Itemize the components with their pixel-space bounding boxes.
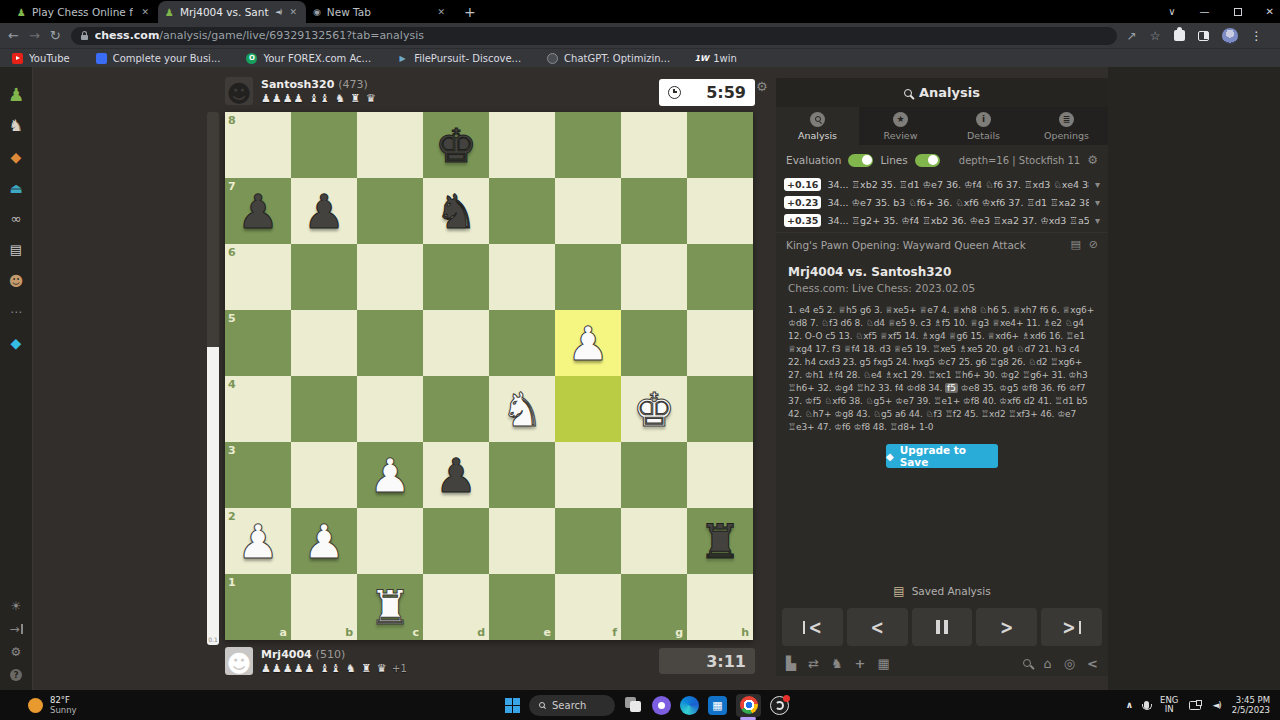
new-tab-favicon: ◉	[313, 7, 321, 17]
panel-toolbar: ▙ ⇄ ♞ + ▦ ⌂ ◎ <	[776, 650, 1108, 676]
black-knight: ♞	[423, 178, 489, 244]
bookmark-1win[interactable]: 1W1win	[696, 53, 737, 64]
square-f8[interactable]	[555, 112, 621, 178]
square-g2[interactable]	[621, 508, 687, 574]
tab-new-tab[interactable]: ◉ New Tab ✕	[306, 1, 454, 23]
engine-settings-gear-icon[interactable]: ⚙	[1087, 153, 1098, 167]
black-pawn: ♟	[423, 442, 489, 508]
library-icon[interactable]: ⌂	[1043, 656, 1051, 671]
browser-chevron-icon[interactable]: ∨	[1168, 6, 1175, 17]
square-g7[interactable]	[621, 178, 687, 244]
share-icon[interactable]: ↗	[1127, 29, 1137, 43]
url-path: /analysis/game/live/69329132561?tab=anal…	[159, 29, 424, 42]
file-label: d	[477, 626, 485, 639]
square-c7[interactable]	[357, 178, 423, 244]
tab-close-icon[interactable]: ✕	[139, 6, 151, 18]
page-content: ♟ ♞ ◆ ⏏ ∞ ▤ ☻ ⋯ ◆ ☀ → ⚙ ? ☻ Santosh320 (…	[0, 67, 1280, 690]
square-a1[interactable]: 1a	[225, 574, 291, 640]
white-pawn: ♟	[225, 508, 291, 574]
engine-line-3[interactable]: +0.35 34... ♖g2+ 35. ♔f4 ♖xb2 36. ♔e3 ♖x…	[776, 211, 1108, 229]
black-rook: ♜	[687, 508, 753, 574]
chesscom-pawn-favicon: ♟	[165, 7, 174, 18]
rank-label: 3	[228, 444, 236, 457]
search-icon	[539, 702, 545, 708]
opening-row: King's Pawn Opening: Wayward Queen Attac…	[776, 232, 1108, 256]
panel-header: Analysis	[776, 78, 1108, 107]
rank-label: 8	[228, 114, 236, 127]
square-b7[interactable]: ♟	[291, 178, 357, 244]
video-app-icon[interactable]	[652, 696, 671, 715]
square-c3[interactable]: ♟	[357, 442, 423, 508]
square-c6[interactable]	[357, 244, 423, 310]
tab-close-icon[interactable]: ✕	[287, 6, 299, 18]
square-a6[interactable]: 6	[225, 244, 291, 310]
black-pawn: ♟	[225, 178, 291, 244]
bottom-player-avatar[interactable]: ☻	[225, 647, 253, 675]
rank-label: 5	[228, 312, 236, 325]
square-g8[interactable]	[621, 112, 687, 178]
microphone-icon[interactable]	[1144, 701, 1149, 709]
tab-review[interactable]: ★ Review	[859, 107, 942, 145]
square-h4[interactable]	[687, 376, 753, 442]
panel-tabs: Analysis ★ Review i Details ≣ Openings	[776, 107, 1108, 145]
tab-play-chess[interactable]: ♟ Play Chess Online for Free with F ✕	[10, 1, 158, 23]
chrome-icon-active[interactable]	[736, 694, 761, 717]
square-c2[interactable]	[357, 508, 423, 574]
square-d6[interactable]	[423, 244, 489, 310]
target-icon[interactable]: ◎	[1064, 656, 1075, 671]
square-c4[interactable]	[357, 376, 423, 442]
square-d7[interactable]: ♞	[423, 178, 489, 244]
square-b1[interactable]: b	[291, 574, 357, 640]
top-player-name[interactable]: Santosh320 (473)	[261, 78, 377, 91]
square-e8[interactable]	[489, 112, 555, 178]
square-c1[interactable]: c♜	[357, 574, 423, 640]
square-c8[interactable]	[357, 112, 423, 178]
move-navigation: < < > >	[782, 608, 1102, 646]
tab-analysis-active[interactable]: ♟ Mrj4004 vs. Santosh320 | An ◄) ✕	[158, 1, 306, 23]
square-a5[interactable]: 5	[225, 310, 291, 376]
share-icon[interactable]: <	[1087, 656, 1098, 671]
analysis-panel: Analysis Analysis ★ Review i Details ≣ O…	[776, 78, 1108, 676]
evaluation-bar: 0.1	[207, 112, 219, 645]
window-controls: ∨ — ✕	[1168, 0, 1274, 23]
hidden-icons-chevron[interactable]: ∧	[1126, 700, 1133, 710]
file-label: e	[544, 626, 551, 639]
skip-to-start-button[interactable]: <	[782, 608, 843, 646]
line-moves: 34... ♖xb2 35. ♖d1 ♔e7 36. ♔f4 ♘f6 37. ♖…	[827, 179, 1089, 190]
sidebar-item-news[interactable]: ▤	[0, 234, 32, 265]
sidebar-item-puzzles[interactable]: ◆	[0, 141, 32, 172]
tray-time: 3:45 PM	[1236, 695, 1270, 705]
right-gutter	[1108, 67, 1280, 690]
obs-icon[interactable]	[770, 696, 789, 715]
1win-icon: 1W	[696, 53, 707, 64]
hide-opening-icon[interactable]: ⊘	[1089, 238, 1098, 251]
saved-box-icon: ▤	[893, 584, 904, 598]
square-d1[interactable]: d	[423, 574, 489, 640]
square-b8[interactable]	[291, 112, 357, 178]
evaluation-toggle[interactable]	[848, 154, 873, 167]
network-icon[interactable]	[1189, 701, 1201, 710]
analysis-tab-icon	[810, 112, 825, 127]
tab-title: Mrj4004 vs. Santosh320 | An	[180, 6, 269, 18]
square-b4[interactable]	[291, 376, 357, 442]
square-a3[interactable]: 3	[225, 442, 291, 508]
square-b2[interactable]: ♟	[291, 508, 357, 574]
chart-icon[interactable]: ▙	[786, 656, 796, 671]
tab-details[interactable]: i Details	[942, 107, 1025, 145]
square-d4[interactable]	[423, 376, 489, 442]
square-e4[interactable]: ♞	[489, 376, 555, 442]
bottom-captured-pieces: ♟♟♟♟♟ ♝♝ ♞ ♜ ♛ +1	[261, 663, 407, 674]
expand-line-icon[interactable]: ▾	[1095, 215, 1100, 226]
eval-value: 0.1	[207, 636, 219, 643]
square-e5[interactable]	[489, 310, 555, 376]
square-e7[interactable]	[489, 178, 555, 244]
tab-audio-icon[interactable]: ◄)	[275, 8, 281, 16]
sun-icon	[28, 698, 43, 713]
toolbar-actions: ↗ ☆ ⋮	[1127, 28, 1263, 44]
bookmark-youtube[interactable]: YouTube	[12, 53, 70, 64]
bookmarks-bar: YouTube Complete your Busi... OYour FORE…	[0, 48, 1280, 67]
opening-book-icon[interactable]: ▤	[1070, 238, 1080, 251]
engine-line-2[interactable]: +0.23 34... ♔e7 35. b3 ♘f6+ 36. ♘xf6 ♔xf…	[776, 193, 1108, 211]
square-e3[interactable]	[489, 442, 555, 508]
previous-move-button[interactable]: <	[847, 608, 908, 646]
lines-label: Lines	[880, 154, 907, 166]
file-label: a	[280, 626, 287, 639]
add-icon[interactable]: +	[855, 656, 866, 671]
profile-avatar[interactable]	[1222, 28, 1238, 44]
clock-icon	[668, 86, 681, 99]
square-d5[interactable]	[423, 310, 489, 376]
evaluation-label: Evaluation	[786, 154, 841, 166]
task-view-icon[interactable]	[624, 696, 643, 715]
square-b5[interactable]	[291, 310, 357, 376]
browser-menu-icon[interactable]: ⋮	[1251, 29, 1263, 43]
sidebar-item-watch[interactable]: ∞	[0, 203, 32, 234]
bookmark-filepursuit[interactable]: ▶FilePursuit- Discove...	[397, 53, 521, 64]
square-d2[interactable]	[423, 508, 489, 574]
bottom-player-clock: 3:11	[659, 648, 755, 674]
eval-bar-white: 0.1	[207, 347, 219, 645]
settings-gear-icon[interactable]: ⚙	[9, 640, 22, 663]
square-f5[interactable]: ♟	[555, 310, 621, 376]
tab-bar: ♟ Play Chess Online for Free with F ✕ ♟ …	[0, 0, 1280, 23]
openings-books-icon: ≣	[1059, 112, 1074, 127]
forward-icon[interactable]: →	[29, 28, 40, 43]
white-king: ♚	[621, 376, 687, 442]
bookmark-star-icon[interactable]: ☆	[1150, 29, 1161, 43]
saved-analysis[interactable]: ▤ Saved Analysis	[776, 584, 1108, 598]
bookmark-icon	[96, 53, 107, 64]
bookmark-complete[interactable]: Complete your Busi...	[96, 53, 221, 64]
sidebar-bottom: ☀ → ⚙ ?	[9, 594, 22, 686]
eval-score: +0.23	[784, 196, 821, 209]
white-pawn: ♟	[555, 310, 621, 376]
collapse-sidebar-icon[interactable]: →	[9, 617, 22, 640]
square-h6[interactable]	[687, 244, 753, 310]
eval-score: +0.35	[784, 214, 821, 227]
square-h2[interactable]: ♜	[687, 508, 753, 574]
browser-toolbar: ← → ↻ chess.com/analysis/game/live/69329…	[0, 23, 1280, 48]
extensions-icon[interactable]	[1174, 30, 1185, 41]
sidebar-item-play[interactable]: ♟	[0, 79, 32, 110]
square-f7[interactable]	[555, 178, 621, 244]
rank-label: 1	[228, 576, 236, 589]
line-moves: 34... ♔e7 35. b3 ♘f6+ 36. ♘xf6 ♔xf6 37. …	[827, 197, 1089, 208]
chesscom-sidebar: ♟ ♞ ◆ ⏏ ∞ ▤ ☻ ⋯ ◆ ☀ → ⚙ ?	[0, 67, 33, 690]
clock-date[interactable]: 3:45 PM2/5/2023	[1232, 695, 1270, 715]
details-info-icon: i	[976, 112, 991, 127]
chatgpt-icon	[547, 53, 558, 64]
forex-icon: O	[246, 53, 257, 64]
line-moves: 34... ♖g2+ 35. ♔f4 ♖xb2 36. ♔e3 ♖xa2 37.…	[827, 215, 1089, 226]
bottom-player-name[interactable]: Mrj4004 (510)	[261, 648, 407, 661]
engine-controls: Evaluation Lines depth=16 | Stockfish 11…	[776, 145, 1108, 175]
black-king: ♚	[423, 112, 489, 178]
restore-button[interactable]	[1234, 8, 1242, 16]
file-label: h	[741, 626, 749, 639]
file-label: f	[612, 626, 617, 639]
white-knight: ♞	[489, 376, 555, 442]
board-settings-gear-icon[interactable]: ⚙	[756, 79, 768, 94]
bottom-player-row: ☻ Mrj4004 (510) ♟♟♟♟♟ ♝♝ ♞ ♜ ♛ +1	[225, 647, 407, 675]
top-player-rating: (473)	[338, 78, 368, 91]
square-e2[interactable]	[489, 508, 555, 574]
sidebar-item-social[interactable]: ☻	[0, 265, 32, 296]
square-g5[interactable]	[621, 310, 687, 376]
file-label: b	[345, 626, 353, 639]
square-d3[interactable]: ♟	[423, 442, 489, 508]
filepursuit-icon: ▶	[397, 53, 408, 64]
skip-to-end-button[interactable]: >	[1041, 608, 1102, 646]
white-pawn: ♟	[291, 508, 357, 574]
bookmark-forex[interactable]: OYour FOREX.com Ac...	[246, 53, 371, 64]
top-clock-time: 5:59	[706, 83, 746, 102]
new-tab-button[interactable]: +	[464, 4, 476, 20]
reload-icon[interactable]: ↻	[50, 28, 61, 43]
start-button[interactable]	[505, 698, 520, 713]
next-move-button[interactable]: >	[976, 608, 1037, 646]
square-h8[interactable]	[687, 112, 753, 178]
square-b3[interactable]	[291, 442, 357, 508]
url-text: chess.com/analysis/game/live/69329132561…	[95, 29, 424, 42]
square-a2[interactable]: 2♟	[225, 508, 291, 574]
youtube-icon	[12, 53, 23, 64]
square-h7[interactable]	[687, 178, 753, 244]
close-button[interactable]: ✕	[1266, 6, 1274, 17]
square-f4[interactable]	[555, 376, 621, 442]
expand-line-icon[interactable]: ▾	[1095, 197, 1100, 208]
theme-toggle-icon[interactable]: ☀	[9, 594, 22, 617]
edge-icon[interactable]	[680, 696, 699, 715]
moves-before: 1. e4 e5 2. ♕h5 g6 3. ♕xe5+ ♕e7 4. ♕xh8 …	[788, 305, 1094, 393]
rank-label: 6	[228, 246, 236, 259]
review-star-icon: ★	[893, 112, 908, 127]
zoom-icon[interactable]	[1023, 659, 1031, 667]
move-list[interactable]: 1. e4 e5 2. ♕h5 g6 3. ♕xe5+ ♕e7 4. ♕xh8 …	[776, 297, 1108, 434]
square-a7[interactable]: 7♟	[225, 178, 291, 244]
taskbar-center: Search ▦	[505, 694, 789, 717]
weather-widget[interactable]: 82°FSunny	[28, 695, 77, 715]
top-player-avatar[interactable]: ☻	[225, 77, 253, 105]
eval-score: +0.16	[784, 178, 821, 191]
sidebar-item-free-trial[interactable]: ◆	[0, 327, 32, 358]
tab-openings[interactable]: ≣ Openings	[1025, 107, 1108, 145]
flip-board-icon[interactable]: ⇄	[808, 656, 819, 671]
weather-temp: 82°F	[50, 695, 70, 705]
weather-condition: Sunny	[50, 705, 77, 715]
square-h5[interactable]	[687, 310, 753, 376]
back-icon[interactable]: ←	[8, 28, 19, 43]
recording-dot	[783, 695, 790, 702]
square-g6[interactable]	[621, 244, 687, 310]
address-bar[interactable]: chess.com/analysis/game/live/69329132561…	[71, 27, 1117, 45]
setup-board-icon[interactable]: ▦	[877, 656, 889, 671]
tab-analysis[interactable]: Analysis	[776, 107, 859, 145]
sidebar-item-more[interactable]: ⋯	[0, 296, 32, 327]
system-tray: ∧ ENGIN ◄) 3:45 PM2/5/2023	[1126, 695, 1270, 715]
upgrade-to-save-button[interactable]: ◆ Upgrade to Save	[886, 444, 998, 468]
white-pawn: ♟	[357, 442, 423, 508]
sidebar-item-bots[interactable]: ♞	[0, 110, 32, 141]
current-move[interactable]: f5	[945, 383, 958, 393]
square-f6[interactable]	[555, 244, 621, 310]
top-player-clock: 5:59	[659, 79, 755, 106]
top-captured-pieces: ♟♟♟♟ ♝♝ ♞ ♜ ♛	[261, 93, 377, 104]
square-f2[interactable]	[555, 508, 621, 574]
minimize-button[interactable]: —	[1200, 6, 1210, 17]
square-a8[interactable]: 8	[225, 112, 291, 178]
square-c5[interactable]	[357, 310, 423, 376]
chesscom-pawn-favicon: ♟	[17, 7, 26, 18]
tab-title: Play Chess Online for Free with F	[32, 6, 133, 18]
windows-taskbar: 82°FSunny Search ▦ ∧ ENGIN ◄) 3:45 PM2/5…	[0, 690, 1280, 720]
expand-line-icon[interactable]: ▾	[1095, 179, 1100, 190]
url-domain: chess.com	[95, 29, 160, 42]
analysis-magnifier-icon	[904, 89, 912, 97]
practice-piece-icon[interactable]: ♞	[831, 656, 843, 671]
top-player-row: ☻ Santosh320 (473) ♟♟♟♟ ♝♝ ♞ ♜ ♛	[225, 77, 377, 105]
chess-board[interactable]: 8♚7♟♟♞65♟4♞♚3♟♟2♟♟♜1abc♜defgh	[225, 112, 753, 640]
lines-toggle[interactable]	[915, 154, 940, 167]
opening-name: King's Pawn Opening: Wayward Queen Attac…	[786, 239, 1062, 251]
material-advantage: +1	[392, 663, 407, 674]
square-f1[interactable]: f	[555, 574, 621, 640]
square-a4[interactable]: 4	[225, 376, 291, 442]
game-info: Mrj4004 vs. Santosh320 Chess.com: Live C…	[776, 256, 1108, 297]
tray-date: 2/5/2023	[1232, 705, 1270, 715]
square-b6[interactable]	[291, 244, 357, 310]
engine-line-1[interactable]: +0.16 34... ♖xb2 35. ♖d1 ♔e7 36. ♔f4 ♘f6…	[776, 175, 1108, 193]
diamond-icon: ◆	[886, 451, 894, 462]
tab-close-icon[interactable]: ✕	[435, 6, 447, 18]
panel-title: Analysis	[919, 85, 980, 100]
game-subtitle: Chess.com: Live Chess: 2023.02.05	[788, 282, 1096, 294]
bookmark-chatgpt[interactable]: ChatGPT: Optimizin...	[547, 53, 670, 64]
microsoft-store-icon[interactable]: ▦	[708, 696, 727, 715]
rank-label: 4	[228, 378, 236, 391]
help-icon[interactable]: ?	[9, 663, 22, 686]
sidebar-item-learn[interactable]: ⏏	[0, 172, 32, 203]
file-label: g	[675, 626, 683, 639]
avatar-silhouette-icon: ☻	[226, 83, 251, 105]
bottom-clock-time: 3:11	[706, 652, 746, 671]
side-panel-icon[interactable]	[1198, 31, 1209, 41]
square-d8[interactable]: ♚	[423, 112, 489, 178]
square-h3[interactable]	[687, 442, 753, 508]
square-h1[interactable]: h	[687, 574, 753, 640]
game-title: Mrj4004 vs. Santosh320	[788, 265, 1096, 279]
avatar-silhouette-icon: ☻	[226, 653, 251, 675]
speaker-icon[interactable]: ◄)	[1212, 700, 1220, 710]
language-indicator[interactable]: ENGIN	[1160, 696, 1178, 715]
lock-icon	[81, 35, 88, 40]
square-g3[interactable]	[621, 442, 687, 508]
black-pawn: ♟	[291, 178, 357, 244]
square-e6[interactable]	[489, 244, 555, 310]
tab-title: New Tab	[327, 6, 430, 18]
engine-depth-label: depth=16 | Stockfish 11	[959, 155, 1080, 166]
white-rook: ♜	[357, 574, 423, 640]
square-f3[interactable]	[555, 442, 621, 508]
square-g1[interactable]: g	[621, 574, 687, 640]
pause-button[interactable]	[912, 608, 973, 646]
square-e1[interactable]: e	[489, 574, 555, 640]
square-g4[interactable]: ♚	[621, 376, 687, 442]
browser-chrome: ♟ Play Chess Online for Free with F ✕ ♟ …	[0, 0, 1280, 67]
taskbar-search[interactable]: Search	[529, 695, 615, 716]
bottom-player-rating: (510)	[316, 648, 346, 661]
